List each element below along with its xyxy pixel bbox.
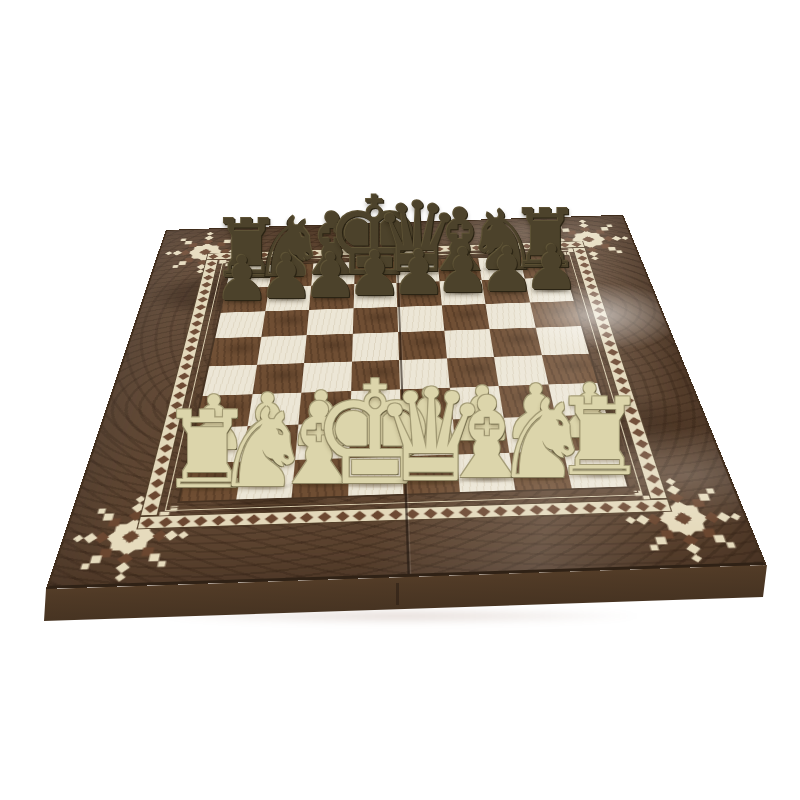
inlay-diamond (180, 363, 191, 370)
inlay-diamond (635, 501, 649, 511)
inlay-diamond (600, 502, 614, 512)
inlay-diamond (193, 312, 204, 318)
inlay-diamond (185, 346, 196, 353)
front-edge-seam (396, 583, 399, 605)
square-h6[interactable] (530, 301, 581, 328)
inlay-diamond (598, 323, 609, 329)
inlay-diamond (182, 354, 193, 361)
square-d6[interactable] (352, 307, 398, 334)
inlay-diamond (653, 501, 667, 511)
inlay-diamond (230, 515, 244, 525)
inlay-diamond (189, 329, 200, 335)
inlay-diamond (247, 514, 261, 524)
inlay-diamond (586, 284, 596, 290)
inlay-diamond (565, 504, 579, 514)
inlay-diamond (609, 358, 620, 365)
inlay-diamond (195, 305, 205, 311)
square-f5[interactable] (444, 329, 494, 358)
inlay-diamond (494, 506, 508, 516)
inlay-diamond (282, 513, 296, 523)
inlay-diamond (191, 320, 202, 326)
inlay-diamond (596, 315, 607, 321)
inlay-diamond (187, 337, 198, 343)
square-g6[interactable] (485, 302, 535, 329)
inlay-diamond (141, 517, 155, 527)
inlay-diamond (604, 340, 615, 347)
square-f6[interactable] (441, 304, 489, 331)
inlay-diamond (177, 516, 191, 526)
inlay-diamond (144, 504, 157, 514)
piece-black-pawn-h7[interactable]: ♟ (524, 238, 580, 300)
square-a5[interactable] (209, 337, 261, 366)
inlay-diamond (212, 515, 226, 525)
inlay-diamond (646, 474, 659, 483)
inlay-diamond (265, 513, 279, 523)
inlay-diamond (607, 349, 618, 356)
inlay-diamond (650, 487, 663, 496)
square-e6[interactable] (397, 305, 444, 332)
inlay-diamond (591, 299, 602, 305)
inlay-diamond (618, 502, 632, 512)
inlay-diamond (512, 505, 526, 515)
square-h5[interactable] (535, 326, 589, 355)
inlay-diamond (199, 289, 209, 295)
inlay-diamond (194, 516, 208, 526)
chess-board-photo: ♜♞♝♚♛♝♞♜♟♟♟♟♟♟♟♟♟♟♟♟♟♟♟♟♜♞♝♚♛♝♞♜ (0, 0, 800, 800)
inlay-diamond (601, 332, 612, 338)
inlay-diamond (593, 307, 604, 313)
inlay-diamond (582, 269, 592, 274)
inlay-diamond (529, 505, 543, 515)
inlay-diamond (588, 292, 598, 298)
square-g5[interactable] (490, 328, 542, 357)
piece-white-rook-h1[interactable]: ♜ (552, 385, 647, 491)
inlay-diamond (547, 504, 561, 514)
inlay-diamond (584, 277, 594, 282)
square-a6[interactable] (215, 311, 265, 338)
square-b5[interactable] (257, 335, 307, 364)
inlay-diamond (582, 503, 596, 513)
inlay-diamond (159, 517, 173, 527)
inlay-diamond (197, 297, 207, 303)
